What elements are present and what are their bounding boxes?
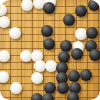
black-stone: [68, 70, 80, 82]
black-stone: [80, 69, 92, 81]
black-stone: [75, 5, 87, 17]
white-stone: [9, 27, 21, 39]
black-stone: [43, 38, 55, 50]
black-stone: [63, 14, 75, 26]
black-stone: [67, 92, 79, 100]
black-stone: [89, 49, 100, 61]
black-stone: [42, 93, 54, 100]
black-stone: [41, 25, 53, 37]
go-app-icon: [0, 0, 100, 100]
white-stone: [31, 72, 43, 84]
black-stone: [86, 27, 98, 39]
black-stone: [57, 82, 69, 94]
black-stone: [71, 48, 83, 60]
black-stone: [43, 2, 55, 14]
white-stone: [10, 82, 22, 94]
